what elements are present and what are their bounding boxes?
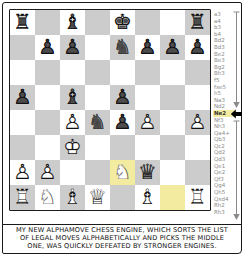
square-d6 [85,60,110,85]
move-Qg4: Qg4 [214,182,236,189]
square-f2: ♛♕ [135,160,160,185]
move-Qh5: Qh5 [214,189,236,196]
square-c6 [60,60,85,85]
square-a1: ♜♖ [10,185,35,210]
square-g5 [160,85,185,110]
black-king-e8: ♚♔ [110,10,135,35]
chess-board: ♜♖♝♗♚♔♜♖♟♙♟♙♞♘♟♙♟♙♟♙♟♙♝♗♟♙♟♙♞♘♟♙♟♙♟♙♚♔♟♙… [9,9,211,211]
square-h1: ♜♖ [185,185,210,210]
black-pawn-c7: ♟♙ [60,35,85,60]
move-Qe2: Qe2 [214,169,236,176]
black-pawn-e5: ♟♙ [110,85,135,110]
square-a3 [10,135,35,160]
square-e7: ♞♘ [110,35,135,60]
square-a2: ♟♙ [10,160,35,185]
move-Bg2: Bg2 [214,64,236,71]
square-c2 [60,160,85,185]
square-f4: ♟♙ [135,110,160,135]
black-pawn-a5: ♟♙ [10,85,35,110]
white-pawn-h4: ♟♙ [185,110,210,135]
square-d3 [85,135,110,160]
white-pawn-f4: ♟♙ [135,110,160,135]
white-rook-a1: ♜♖ [10,185,35,210]
black-pawn-e4: ♟♙ [110,110,135,135]
square-d5 [85,85,110,110]
square-g2 [160,160,185,185]
move-Bh3: Bh3 [214,70,236,77]
square-h4: ♟♙ [185,110,210,135]
move-b4: b4 [214,31,236,38]
square-c1: ♝♗ [60,185,85,210]
move-Be3: Be3 [214,57,236,64]
white-rook-h1: ♜♖ [185,185,210,210]
white-knight-b1: ♞♘ [35,185,60,210]
move-Nh3: Nh3 [214,123,236,130]
black-rook-a8: ♜♖ [10,10,35,35]
move-list: a3a4b3b4Bd2Bd3Be2Be3Bg2Bh3f5fxe5h5Na3Nd2… [214,11,236,215]
square-e3 [110,135,135,160]
square-f3 [135,135,160,160]
move-Qa4+: Qa4+ [214,130,236,137]
square-g1 [160,185,185,210]
move-Qc2: Qc2 [214,143,236,150]
square-b7: ♟♙ [35,35,60,60]
square-a7 [10,35,35,60]
square-b4 [35,110,60,135]
square-f8 [135,10,160,35]
square-b6 [35,60,60,85]
square-b8 [35,10,60,35]
square-e2: ♞♘ [110,160,135,185]
black-bishop-c8: ♝♗ [60,10,85,35]
move-Bd2: Bd2 [214,37,236,44]
black-pawn-f7: ♟♙ [135,35,160,60]
square-h7: ♟♙ [185,35,210,60]
caption-divider [2,224,242,225]
white-pawn-b2: ♟♙ [35,160,60,185]
square-h6 [185,60,210,85]
white-pawn-c4: ♟♙ [60,110,85,135]
move-b3: b3 [214,24,236,31]
move-h5: h5 [214,90,236,97]
black-bishop-c5: ♝♗ [60,85,85,110]
square-g4 [160,110,185,135]
square-a5: ♟♙ [10,85,35,110]
move-fxe5: fxe5 [214,84,236,91]
square-c3: ♚♔ [60,135,85,160]
square-a8: ♜♖ [10,10,35,35]
square-h8: ♜♖ [185,10,210,35]
black-queen-f2: ♛♕ [135,160,160,185]
square-e4: ♟♙ [110,110,135,135]
square-a6 [10,60,35,85]
black-rook-h8: ♜♖ [185,10,210,35]
move-Qe1: Qe1 [214,163,236,170]
white-bishop-c1: ♝♗ [60,185,85,210]
square-c7: ♟♙ [60,35,85,60]
white-king-c3: ♚♔ [60,135,85,160]
white-queen-d1: ♛♕ [85,185,110,210]
move-Qb3: Qb3 [214,136,236,143]
move-Be2: Be2 [214,51,236,58]
square-d4: ♞♘ [85,110,110,135]
square-c5: ♝♗ [60,85,85,110]
square-e6 [110,60,135,85]
move-Ne2: Ne2 [213,110,236,117]
square-f1: ♝♗ [135,185,160,210]
move-Nf3: Nf3 [214,117,236,124]
square-d8 [85,10,110,35]
square-b2: ♟♙ [35,160,60,185]
square-f5 [135,85,160,110]
black-knight-e7: ♞♘ [110,35,135,60]
square-f7: ♟♙ [135,35,160,60]
caption: MY NEW ALPHAMOVE CHESS ENGINE, WHICH SOR… [6,227,238,251]
square-g7: ♟♙ [160,35,185,60]
move-a4: a4 [214,18,236,25]
move-Rh3: Rh3 [214,209,236,216]
move-Na3: Na3 [214,97,236,104]
black-pawn-h7: ♟♙ [185,35,210,60]
black-knight-d4: ♞♘ [85,110,110,135]
caption-line-3: ONE, WAS QUICKLY DEFEATED BY STRONGER EN… [6,243,238,251]
square-d1: ♛♕ [85,185,110,210]
square-c8: ♝♗ [60,10,85,35]
move-Qd2: Qd2 [214,149,236,156]
square-h2 [185,160,210,185]
square-f6 [135,60,160,85]
square-h5 [185,85,210,110]
square-d7 [85,35,110,60]
square-b5 [35,85,60,110]
square-e5: ♟♙ [110,85,135,110]
square-a4 [10,110,35,135]
square-g3 [160,135,185,160]
move-Bd3: Bd3 [214,44,236,51]
comic-panel: ♜♖♝♗♚♔♜♖♟♙♟♙♞♘♟♙♟♙♟♙♟♙♝♗♟♙♟♙♞♘♟♙♟♙♟♙♚♔♟♙… [0,0,244,256]
square-h3 [185,135,210,160]
square-g6 [160,60,185,85]
move-Nd2: Nd2 [214,103,236,110]
square-e8: ♚♔ [110,10,135,35]
square-d2 [85,160,110,185]
move-Rh2: Rh2 [214,202,236,209]
white-bishop-f1: ♝♗ [135,185,160,210]
move-Qf3: Qf3 [214,176,236,183]
white-pawn-a2: ♟♙ [10,160,35,185]
square-e1 [110,185,135,210]
move-Qxd4: Qxd4 [214,196,236,203]
square-b3 [35,135,60,160]
square-g8 [160,10,185,35]
square-b1: ♞♘ [35,185,60,210]
white-knight-e2: ♞♘ [110,160,135,185]
square-c4: ♟♙ [60,110,85,135]
black-pawn-g7: ♟♙ [160,35,185,60]
move-Qd3: Qd3 [214,156,236,163]
black-pawn-b7: ♟♙ [35,35,60,60]
move-f5: f5 [214,77,236,84]
move-a3: a3 [214,11,236,18]
